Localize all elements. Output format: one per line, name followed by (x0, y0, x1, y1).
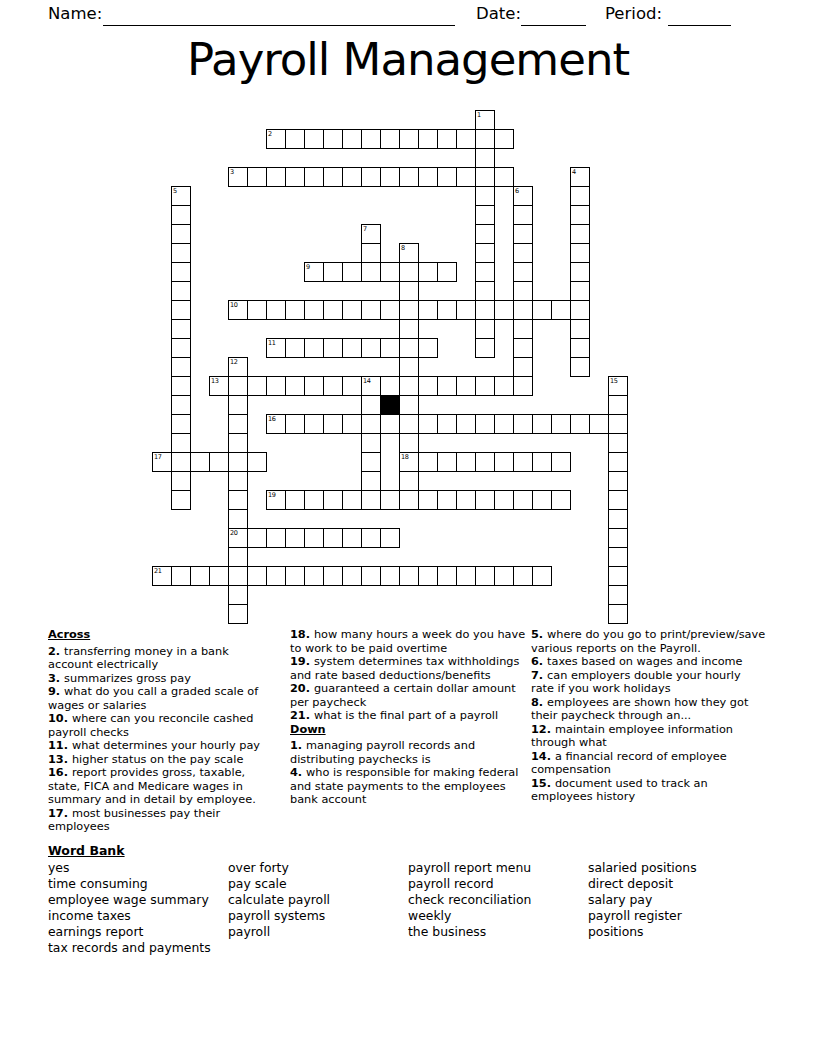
word-bank-item: time consuming (48, 876, 211, 892)
cell-number: 21 (154, 567, 162, 575)
clue-number: 11. (48, 739, 72, 752)
grid-cell[interactable] (437, 129, 457, 149)
grid-cell[interactable] (399, 338, 419, 358)
grid-cell[interactable] (532, 300, 552, 320)
grid-cell[interactable] (323, 490, 343, 510)
word-bank-item: weekly (408, 908, 531, 924)
grid-cell[interactable] (171, 224, 191, 244)
grid-cell[interactable] (399, 376, 419, 396)
grid-cell[interactable] (494, 167, 514, 187)
grid-cell[interactable] (475, 167, 495, 187)
grid-cell[interactable] (361, 566, 381, 586)
grid-cell[interactable] (608, 471, 628, 491)
grid-cell[interactable] (304, 338, 324, 358)
grid-cell[interactable] (418, 300, 438, 320)
grid-cell[interactable] (418, 167, 438, 187)
grid-cell[interactable] (608, 566, 628, 586)
clue-number: 14. (531, 750, 555, 763)
grid-cell[interactable] (399, 167, 419, 187)
cell-number: 13 (211, 377, 219, 385)
cell-number: 16 (268, 415, 276, 423)
grid-cell[interactable] (475, 566, 495, 586)
grid-cell[interactable] (380, 566, 400, 586)
grid-cell[interactable] (456, 566, 476, 586)
grid-cell[interactable] (361, 490, 381, 510)
word-bank-item: payroll register (588, 908, 697, 924)
grid-cell[interactable] (285, 566, 305, 586)
grid-cell[interactable] (513, 205, 533, 225)
grid-cell[interactable] (380, 300, 400, 320)
grid-cell[interactable] (399, 566, 419, 586)
grid-cell[interactable] (171, 338, 191, 358)
grid-cell[interactable] (342, 490, 362, 510)
grid-cell[interactable] (209, 566, 229, 586)
grid-cell[interactable] (171, 205, 191, 225)
cell-number: 7 (363, 225, 367, 233)
grid-cell[interactable] (247, 376, 267, 396)
grid-cell[interactable] (228, 395, 248, 415)
grid-cell[interactable] (247, 167, 267, 187)
grid-cell[interactable]: 3 (228, 167, 248, 187)
grid-cell[interactable] (475, 414, 495, 434)
word-bank-item: earnings report (48, 924, 211, 940)
grid-cell[interactable] (399, 471, 419, 491)
grid-cell[interactable] (513, 338, 533, 358)
grid-cell[interactable] (570, 281, 590, 301)
grid-cell[interactable]: 6 (513, 186, 533, 206)
word-bank-item: the business (408, 924, 531, 940)
cell-number: 11 (268, 339, 276, 347)
grid-cell[interactable] (171, 433, 191, 453)
grid-cell[interactable] (456, 414, 476, 434)
grid-cell[interactable]: 9 (304, 262, 324, 282)
grid-cell[interactable] (399, 490, 419, 510)
clue-19: 19. system determines tax withholdings a… (290, 655, 528, 682)
grid-cell[interactable] (608, 433, 628, 453)
grid-cell[interactable] (380, 129, 400, 149)
grid-cell[interactable] (380, 490, 400, 510)
clue-number: 18. (290, 628, 314, 641)
grid-cell[interactable] (228, 509, 248, 529)
grid-cell[interactable]: 15 (608, 376, 628, 396)
grid-cell[interactable] (342, 300, 362, 320)
clue-number: 17. (48, 807, 72, 820)
grid-cell[interactable] (285, 129, 305, 149)
grid-cell[interactable] (475, 186, 495, 206)
grid-cell[interactable] (513, 357, 533, 377)
grid-cell[interactable] (342, 376, 362, 396)
grid-cell[interactable] (513, 414, 533, 434)
grid-cell[interactable] (570, 262, 590, 282)
grid-cell[interactable] (475, 224, 495, 244)
word-bank-column: over fortypay scalecalculate payrollpayr… (228, 860, 330, 940)
grid-cell[interactable] (475, 148, 495, 168)
grid-cell[interactable] (608, 490, 628, 510)
grid-cell[interactable] (399, 395, 419, 415)
grid-cell[interactable] (285, 376, 305, 396)
grid-cell[interactable] (171, 395, 191, 415)
grid-cell[interactable] (418, 338, 438, 358)
grid-cell[interactable] (437, 490, 457, 510)
cell-number: 3 (230, 168, 234, 176)
grid-cell[interactable] (361, 433, 381, 453)
grid-cell[interactable] (399, 319, 419, 339)
grid-cell[interactable] (228, 566, 248, 586)
grid-cell[interactable] (437, 566, 457, 586)
word-bank-column: payroll report menupayroll recordcheck r… (408, 860, 531, 940)
grid-cell[interactable] (171, 414, 191, 434)
grid-cell[interactable]: 21 (152, 566, 172, 586)
grid-cell[interactable] (266, 167, 286, 187)
cell-number: 15 (610, 377, 618, 385)
grid-cell[interactable]: 4 (570, 167, 590, 187)
grid-cell[interactable]: 16 (266, 414, 286, 434)
clue-21: 21. what is the final part of a payroll (290, 709, 528, 723)
grid-cell[interactable] (380, 262, 400, 282)
grid-cell[interactable] (513, 319, 533, 339)
grid-cell[interactable]: 17 (152, 452, 172, 472)
grid-cell[interactable] (171, 452, 191, 472)
grid-cell[interactable] (418, 129, 438, 149)
cell-number: 9 (306, 263, 310, 271)
grid-cell[interactable] (171, 490, 191, 510)
grid-cell[interactable] (494, 376, 514, 396)
grid-cell[interactable] (247, 566, 267, 586)
grid-cell[interactable] (247, 452, 267, 472)
grid-cell[interactable]: 10 (228, 300, 248, 320)
grid-cell[interactable] (456, 129, 476, 149)
grid-cell[interactable] (304, 376, 324, 396)
grid-cell[interactable] (266, 528, 286, 548)
grid-cell[interactable] (228, 414, 248, 434)
grid-cell[interactable] (342, 414, 362, 434)
grid-cell[interactable] (323, 566, 343, 586)
grid-cell[interactable] (437, 300, 457, 320)
grid-cell[interactable] (323, 528, 343, 548)
grid-cell[interactable] (608, 509, 628, 529)
grid-cell[interactable] (380, 414, 400, 434)
grid-cell[interactable] (608, 585, 628, 605)
grid-cell[interactable] (589, 414, 609, 434)
grid-cell[interactable] (513, 452, 533, 472)
grid-cell[interactable] (551, 490, 571, 510)
grid-cell[interactable] (551, 452, 571, 472)
grid-cell[interactable] (494, 566, 514, 586)
word-bank-item: pay scale (228, 876, 330, 892)
section-header-across: Across (48, 628, 276, 642)
grid-cell[interactable] (456, 490, 476, 510)
grid-cell[interactable] (323, 300, 343, 320)
grid-cell[interactable] (437, 452, 457, 472)
clue-number: 19. (290, 655, 314, 668)
grid-cell[interactable] (228, 547, 248, 567)
grid-cell[interactable] (323, 167, 343, 187)
grid-cell[interactable] (266, 376, 286, 396)
grid-cell[interactable] (285, 300, 305, 320)
grid-cell[interactable] (570, 300, 590, 320)
cell-number: 8 (401, 244, 405, 252)
grid-cell[interactable] (171, 243, 191, 263)
grid-cell[interactable] (418, 566, 438, 586)
grid-cell[interactable] (342, 129, 362, 149)
grid-cell[interactable] (418, 490, 438, 510)
word-bank-item: payroll systems (228, 908, 330, 924)
cell-number: 17 (154, 453, 162, 461)
clue-number: 13. (48, 753, 72, 766)
grid-cell[interactable]: 20 (228, 528, 248, 548)
grid-cell[interactable] (323, 129, 343, 149)
grid-cell[interactable] (418, 262, 438, 282)
grid-cell[interactable] (209, 452, 229, 472)
grid-cell[interactable] (570, 338, 590, 358)
grid-cell[interactable] (304, 300, 324, 320)
grid-cell[interactable]: 13 (209, 376, 229, 396)
grid-cell[interactable] (361, 452, 381, 472)
grid-cell[interactable]: 14 (361, 376, 381, 396)
grid-cell[interactable] (475, 262, 495, 282)
grid-cell[interactable]: 7 (361, 224, 381, 244)
grid-cell[interactable]: 11 (266, 338, 286, 358)
grid-cell[interactable] (532, 490, 552, 510)
grid-cell[interactable] (418, 452, 438, 472)
clue-number: 9. (48, 685, 64, 698)
grid-cell[interactable] (494, 300, 514, 320)
grid-cell[interactable] (342, 566, 362, 586)
grid-cell[interactable] (475, 319, 495, 339)
grid-cell[interactable] (513, 281, 533, 301)
grid-cell[interactable] (475, 490, 495, 510)
grid-cell[interactable] (437, 376, 457, 396)
word-bank-item: direct deposit (588, 876, 697, 892)
grid-cell[interactable] (494, 490, 514, 510)
grid-cell[interactable] (304, 414, 324, 434)
grid-cell[interactable]: 18 (399, 452, 419, 472)
grid-cell[interactable] (285, 338, 305, 358)
grid-cell[interactable] (532, 414, 552, 434)
word-bank-column: yestime consumingemployee wage summaryin… (48, 860, 211, 957)
cell-number: 10 (230, 301, 238, 309)
grid-cell[interactable] (608, 604, 628, 624)
black-cell (380, 395, 400, 415)
grid-cell[interactable] (304, 566, 324, 586)
grid-cell[interactable] (418, 376, 438, 396)
grid-cell[interactable] (475, 129, 495, 149)
grid-cell[interactable]: 1 (475, 110, 495, 130)
grid-cell[interactable] (418, 414, 438, 434)
clue-column-down: 5. where do you go to print/preview/save… (531, 628, 766, 804)
grid-cell[interactable] (532, 452, 552, 472)
grid-cell[interactable] (171, 281, 191, 301)
grid-cell[interactable] (437, 414, 457, 434)
grid-cell[interactable] (342, 262, 362, 282)
cell-number: 12 (230, 358, 238, 366)
grid-cell[interactable] (437, 167, 457, 187)
grid-cell[interactable] (190, 566, 210, 586)
grid-cell[interactable] (570, 414, 590, 434)
grid-cell[interactable] (608, 528, 628, 548)
grid-cell[interactable] (494, 452, 514, 472)
name-blank-line (103, 10, 455, 26)
grid-cell[interactable] (551, 414, 571, 434)
grid-cell[interactable] (361, 300, 381, 320)
grid-cell[interactable] (304, 528, 324, 548)
grid-cell[interactable]: 2 (266, 129, 286, 149)
grid-cell[interactable] (342, 528, 362, 548)
grid-cell[interactable] (323, 414, 343, 434)
grid-cell[interactable] (171, 357, 191, 377)
grid-cell[interactable] (380, 376, 400, 396)
grid-cell[interactable] (285, 414, 305, 434)
grid-cell[interactable] (190, 452, 210, 472)
grid-cell[interactable] (608, 452, 628, 472)
grid-cell[interactable] (285, 490, 305, 510)
grid-cell[interactable] (361, 395, 381, 415)
grid-cell[interactable]: 8 (399, 243, 419, 263)
grid-cell[interactable] (513, 224, 533, 244)
grid-cell[interactable]: 19 (266, 490, 286, 510)
grid-cell[interactable] (399, 414, 419, 434)
grid-cell[interactable] (285, 528, 305, 548)
grid-cell[interactable] (361, 528, 381, 548)
grid-cell[interactable] (532, 566, 552, 586)
clue-3: 3. summarizes gross pay (48, 672, 276, 686)
grid-cell[interactable] (513, 262, 533, 282)
grid-cell[interactable] (228, 604, 248, 624)
grid-cell[interactable] (399, 262, 419, 282)
clue-number: 4. (290, 766, 306, 779)
grid-cell[interactable] (361, 471, 381, 491)
grid-cell[interactable] (494, 129, 514, 149)
grid-cell[interactable] (399, 129, 419, 149)
grid-cell[interactable] (570, 224, 590, 244)
cell-number: 2 (268, 130, 272, 138)
grid-cell[interactable] (608, 547, 628, 567)
period-blank-line (668, 10, 731, 26)
grid-cell[interactable] (361, 243, 381, 263)
grid-cell[interactable] (266, 566, 286, 586)
grid-cell[interactable] (171, 262, 191, 282)
grid-cell[interactable] (399, 433, 419, 453)
grid-cell[interactable] (570, 357, 590, 377)
clue-number: 16. (48, 766, 72, 779)
grid-cell[interactable] (475, 452, 495, 472)
grid-cell[interactable] (475, 338, 495, 358)
grid-cell[interactable] (513, 376, 533, 396)
grid-cell[interactable] (380, 338, 400, 358)
grid-cell[interactable] (323, 262, 343, 282)
grid-cell[interactable] (228, 376, 248, 396)
grid-cell[interactable] (608, 395, 628, 415)
grid-cell[interactable] (494, 414, 514, 434)
grid-cell[interactable] (171, 566, 191, 586)
word-bank-header: Word Bank (48, 843, 125, 858)
grid-cell[interactable] (456, 167, 476, 187)
grid-cell[interactable] (342, 167, 362, 187)
grid-cell[interactable] (361, 414, 381, 434)
grid-cell[interactable] (570, 186, 590, 206)
grid-cell[interactable] (323, 338, 343, 358)
grid-cell[interactable] (304, 167, 324, 187)
word-bank-item: payroll (228, 924, 330, 940)
grid-cell[interactable] (304, 490, 324, 510)
word-bank-item: payroll record (408, 876, 531, 892)
clue-18: 18. how many hours a week do you have to… (290, 628, 528, 655)
grid-cell[interactable] (475, 376, 495, 396)
grid-cell[interactable] (228, 452, 248, 472)
clue-number: 5. (531, 628, 547, 641)
grid-cell[interactable] (570, 243, 590, 263)
word-bank-item: calculate payroll (228, 892, 330, 908)
grid-cell[interactable] (304, 129, 324, 149)
grid-cell[interactable] (513, 243, 533, 263)
grid-cell[interactable] (228, 433, 248, 453)
grid-cell[interactable] (456, 300, 476, 320)
clue-2: 2. transferring money in a bank account … (48, 645, 276, 672)
clue-number: 20. (290, 682, 314, 695)
grid-cell[interactable] (228, 471, 248, 491)
grid-cell[interactable]: 5 (171, 186, 191, 206)
clue-number: 15. (531, 777, 555, 790)
grid-cell[interactable] (399, 281, 419, 301)
grid-cell[interactable] (513, 490, 533, 510)
grid-cell[interactable] (570, 205, 590, 225)
grid-cell[interactable] (342, 338, 362, 358)
grid-cell[interactable] (285, 167, 305, 187)
grid-cell[interactable] (323, 376, 343, 396)
grid-cell[interactable] (247, 300, 267, 320)
grid-cell[interactable] (475, 205, 495, 225)
grid-cell[interactable] (380, 167, 400, 187)
clue-12: 12. maintain employee information throug… (531, 723, 766, 750)
grid-cell[interactable] (399, 357, 419, 377)
grid-cell[interactable] (228, 490, 248, 510)
grid-cell[interactable] (361, 129, 381, 149)
clue-11: 11. what determines your hourly pay (48, 739, 276, 753)
grid-cell[interactable] (475, 300, 495, 320)
cell-number: 20 (230, 529, 238, 537)
grid-cell[interactable] (361, 167, 381, 187)
grid-cell[interactable] (456, 376, 476, 396)
grid-cell[interactable] (361, 338, 381, 358)
grid-cell[interactable] (513, 300, 533, 320)
grid-cell[interactable] (551, 300, 571, 320)
grid-cell[interactable] (456, 452, 476, 472)
grid-cell[interactable] (437, 262, 457, 282)
grid-cell[interactable] (171, 319, 191, 339)
grid-cell[interactable] (475, 281, 495, 301)
grid-cell[interactable] (171, 471, 191, 491)
grid-cell[interactable] (608, 414, 628, 434)
clue-6: 6. taxes based on wages and income (531, 655, 766, 669)
grid-cell[interactable] (475, 243, 495, 263)
grid-cell[interactable] (513, 566, 533, 586)
grid-cell[interactable] (399, 300, 419, 320)
grid-cell[interactable] (380, 528, 400, 548)
grid-cell[interactable]: 12 (228, 357, 248, 377)
grid-cell[interactable] (171, 300, 191, 320)
word-bank-item: salaried positions (588, 860, 697, 876)
clue-14: 14. a financial record of employee compe… (531, 750, 766, 777)
word-bank-item: payroll report menu (408, 860, 531, 876)
grid-cell[interactable] (361, 262, 381, 282)
grid-cell[interactable] (228, 585, 248, 605)
grid-cell[interactable] (171, 376, 191, 396)
grid-cell[interactable] (570, 319, 590, 339)
clue-20: 20. guaranteed a certain dollar amount p… (290, 682, 528, 709)
cell-number: 4 (572, 168, 576, 176)
grid-cell[interactable] (247, 528, 267, 548)
grid-cell[interactable] (266, 300, 286, 320)
